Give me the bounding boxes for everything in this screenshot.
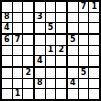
cell-r2c7[interactable] <box>68 13 78 23</box>
cell-r2c5[interactable] <box>46 13 56 23</box>
cell-r9c9[interactable] <box>89 89 99 99</box>
sudoku-board: 71834567512425841 <box>0 0 101 101</box>
given-digit-r8c7: 4 <box>68 79 78 89</box>
cell-r8c2[interactable] <box>13 79 23 89</box>
cell-r7c6[interactable] <box>56 68 66 78</box>
given-digit-r1c8: 7 <box>79 2 89 12</box>
cell-r6c3[interactable] <box>23 56 33 66</box>
given-digit-r5c5: 1 <box>46 46 56 56</box>
cell-r1c2[interactable] <box>13 2 23 12</box>
cell-r9c3[interactable] <box>23 89 33 99</box>
cell-r5c2[interactable] <box>13 46 23 56</box>
cell-r4c4[interactable] <box>35 35 45 45</box>
given-digit-r3c1: 4 <box>2 23 12 33</box>
cell-r1c4[interactable] <box>35 2 45 12</box>
cell-r3c8[interactable] <box>79 23 89 33</box>
cell-r5c4[interactable] <box>35 46 45 56</box>
cell-r4c3[interactable] <box>23 35 33 45</box>
cell-r6c1[interactable] <box>2 56 12 66</box>
cell-r7c2[interactable] <box>13 68 23 78</box>
cell-r1c7[interactable] <box>68 2 78 12</box>
cell-r2c3[interactable] <box>23 13 33 23</box>
cell-r2c2[interactable] <box>13 13 23 23</box>
cell-r6c9[interactable] <box>89 56 99 66</box>
cell-r4c9[interactable] <box>89 35 99 45</box>
cell-r1c5[interactable] <box>46 2 56 12</box>
cell-r3c3[interactable] <box>23 23 33 33</box>
cell-r4c5[interactable] <box>46 35 56 45</box>
cell-r5c7[interactable] <box>68 46 78 56</box>
cell-r2c6[interactable] <box>56 13 66 23</box>
cell-r7c4[interactable] <box>35 68 45 78</box>
cell-r9c1[interactable] <box>2 89 12 99</box>
cell-r5c9[interactable] <box>89 46 99 56</box>
cell-r1c6[interactable] <box>56 2 66 12</box>
cell-r3c9[interactable] <box>89 23 99 33</box>
given-digit-r6c4: 4 <box>35 56 45 66</box>
given-digit-r2c1: 8 <box>2 13 12 23</box>
cell-r2c9[interactable] <box>89 13 99 23</box>
cell-r1c1[interactable] <box>2 2 12 12</box>
cell-r8c8[interactable] <box>79 79 89 89</box>
cell-r8c1[interactable] <box>2 79 12 89</box>
cell-r7c7[interactable] <box>68 68 78 78</box>
cell-r3c4[interactable] <box>35 23 45 33</box>
cell-r3c2[interactable] <box>13 23 23 33</box>
given-digit-r4c1: 6 <box>2 35 12 45</box>
cell-r6c2[interactable] <box>13 56 23 66</box>
cell-r7c9[interactable] <box>89 68 99 78</box>
cell-r8c6[interactable] <box>56 79 66 89</box>
given-digit-r8c4: 8 <box>35 79 45 89</box>
cell-r6c5[interactable] <box>46 56 56 66</box>
given-digit-r7c3: 2 <box>23 68 33 78</box>
given-digit-r4c2: 7 <box>13 35 23 45</box>
cell-r4c8[interactable] <box>79 35 89 45</box>
cell-r9c5[interactable] <box>46 89 56 99</box>
cell-r8c5[interactable] <box>46 79 56 89</box>
cell-r3c6[interactable] <box>56 23 66 33</box>
cell-r6c6[interactable] <box>56 56 66 66</box>
given-digit-r7c8: 5 <box>79 68 89 78</box>
cell-r4c6[interactable] <box>56 35 66 45</box>
cell-r7c5[interactable] <box>46 68 56 78</box>
cell-r6c8[interactable] <box>79 56 89 66</box>
cell-r3c7[interactable] <box>68 23 78 33</box>
given-digit-r4c7: 5 <box>68 35 78 45</box>
cell-r5c8[interactable] <box>79 46 89 56</box>
cell-r9c8[interactable] <box>79 89 89 99</box>
cell-r9c7[interactable] <box>68 89 78 99</box>
cell-r5c3[interactable] <box>23 46 33 56</box>
cell-r1c3[interactable] <box>23 2 33 12</box>
cell-r9c4[interactable] <box>35 89 45 99</box>
given-digit-r2c4: 3 <box>35 13 45 23</box>
given-digit-r5c6: 2 <box>56 46 66 56</box>
cell-r8c3[interactable] <box>23 79 33 89</box>
given-digit-r1c9: 1 <box>89 2 99 12</box>
cell-r9c6[interactable] <box>56 89 66 99</box>
cell-r2c8[interactable] <box>79 13 89 23</box>
cell-r7c1[interactable] <box>2 68 12 78</box>
given-digit-r3c5: 5 <box>46 23 56 33</box>
cell-r5c1[interactable] <box>2 46 12 56</box>
given-digit-r9c2: 1 <box>13 89 23 99</box>
cell-r8c9[interactable] <box>89 79 99 89</box>
cell-r6c7[interactable] <box>68 56 78 66</box>
